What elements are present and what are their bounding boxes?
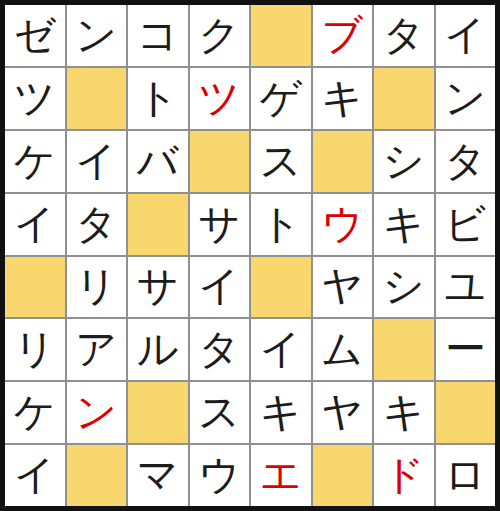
cell-r8c2-keyword-blank[interactable] [67, 445, 127, 506]
cell-r2c5[interactable]: ゲ [251, 68, 311, 129]
cell-r5c6[interactable]: ヤ [313, 257, 373, 318]
cell-r7c5[interactable]: キ [251, 382, 311, 443]
cell-r6c8[interactable]: ー [436, 319, 496, 380]
cell-r2c4[interactable]: ツ [190, 68, 250, 129]
crossword-grid: ゼンコクブタイツトツゲキンケイバスシタイタサトウキビリサイヤシユリアルタイムーケ… [5, 5, 495, 506]
cell-r4c4[interactable]: サ [190, 194, 250, 255]
cell-r6c5[interactable]: イ [251, 319, 311, 380]
cell-r2c7-keyword-blank[interactable] [374, 68, 434, 129]
cell-r4c3-keyword-blank[interactable] [128, 194, 188, 255]
cell-r3c4-keyword-blank[interactable] [190, 131, 250, 192]
cell-r3c8[interactable]: タ [436, 131, 496, 192]
cell-r3c7[interactable]: シ [374, 131, 434, 192]
cell-r7c3-keyword-blank[interactable] [128, 382, 188, 443]
cell-r4c6[interactable]: ウ [313, 194, 373, 255]
cell-r4c2[interactable]: タ [67, 194, 127, 255]
cell-r2c1[interactable]: ツ [5, 68, 65, 129]
cell-r5c4[interactable]: イ [190, 257, 250, 318]
cell-r2c3[interactable]: ト [128, 68, 188, 129]
cell-r2c6[interactable]: キ [313, 68, 373, 129]
cell-r1c6[interactable]: ブ [313, 5, 373, 66]
cell-r8c1[interactable]: イ [5, 445, 65, 506]
cell-r3c3[interactable]: バ [128, 131, 188, 192]
cell-r5c2[interactable]: リ [67, 257, 127, 318]
cell-r7c7[interactable]: キ [374, 382, 434, 443]
cell-r7c2[interactable]: ン [67, 382, 127, 443]
cell-r6c1[interactable]: リ [5, 319, 65, 380]
cell-r3c6-keyword-blank[interactable] [313, 131, 373, 192]
cell-r1c5-keyword-blank[interactable] [251, 5, 311, 66]
cell-r8c6-keyword-blank[interactable] [313, 445, 373, 506]
cell-r6c4[interactable]: タ [190, 319, 250, 380]
cell-r1c1[interactable]: ゼ [5, 5, 65, 66]
cell-r1c2[interactable]: ン [67, 5, 127, 66]
cell-r6c7-keyword-blank[interactable] [374, 319, 434, 380]
cell-r6c3[interactable]: ル [128, 319, 188, 380]
cell-r5c7[interactable]: シ [374, 257, 434, 318]
cell-r5c1-keyword-blank[interactable] [5, 257, 65, 318]
cell-r6c6[interactable]: ム [313, 319, 373, 380]
cell-r3c2[interactable]: イ [67, 131, 127, 192]
cell-r2c2-keyword-blank[interactable] [67, 68, 127, 129]
cell-r5c8[interactable]: ユ [436, 257, 496, 318]
cell-r8c8[interactable]: ロ [436, 445, 496, 506]
cell-r1c8[interactable]: イ [436, 5, 496, 66]
cell-r3c5[interactable]: ス [251, 131, 311, 192]
cell-r4c5[interactable]: ト [251, 194, 311, 255]
cell-r5c3[interactable]: サ [128, 257, 188, 318]
cell-r1c4[interactable]: ク [190, 5, 250, 66]
cell-r4c8[interactable]: ビ [436, 194, 496, 255]
cell-r8c7[interactable]: ド [374, 445, 434, 506]
cell-r8c4[interactable]: ウ [190, 445, 250, 506]
cell-r7c6[interactable]: ヤ [313, 382, 373, 443]
cell-r3c1[interactable]: ケ [5, 131, 65, 192]
cell-r7c4[interactable]: ス [190, 382, 250, 443]
cell-r1c7[interactable]: タ [374, 5, 434, 66]
cell-r1c3[interactable]: コ [128, 5, 188, 66]
cell-r4c1[interactable]: イ [5, 194, 65, 255]
crossword-board: ゼンコクブタイツトツゲキンケイバスシタイタサトウキビリサイヤシユリアルタイムーケ… [0, 0, 500, 511]
cell-r2c8[interactable]: ン [436, 68, 496, 129]
cell-r6c2[interactable]: ア [67, 319, 127, 380]
cell-r7c1[interactable]: ケ [5, 382, 65, 443]
cell-r8c5[interactable]: エ [251, 445, 311, 506]
cell-r7c8-keyword-blank[interactable] [436, 382, 496, 443]
cell-r5c5-keyword-blank[interactable] [251, 257, 311, 318]
cell-r4c7[interactable]: キ [374, 194, 434, 255]
cell-r8c3[interactable]: マ [128, 445, 188, 506]
